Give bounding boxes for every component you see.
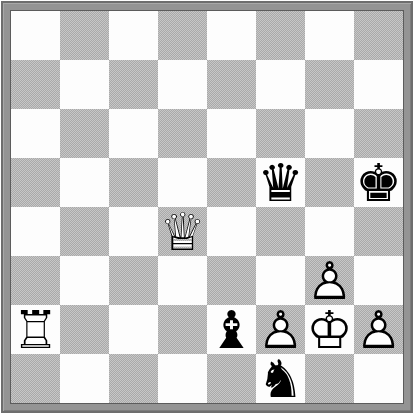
square-e4[interactable] — [207, 207, 256, 256]
square-d6[interactable] — [158, 109, 207, 158]
square-g3[interactable]: ♟♙ — [305, 256, 354, 305]
piece-glyph-line: ♙ — [354, 305, 403, 354]
square-h6[interactable] — [354, 109, 403, 158]
square-c2[interactable] — [109, 305, 158, 354]
square-d2[interactable] — [158, 305, 207, 354]
board-frame: ♛♚♛♕♟♙♜♖♝♟♙♚♔♟♙♞ — [1, 1, 413, 413]
piece-glyph-line: ♕ — [158, 207, 207, 256]
white-pawn: ♟♙ — [305, 256, 354, 305]
square-e1[interactable] — [207, 354, 256, 403]
square-b6[interactable] — [60, 109, 109, 158]
white-rook: ♜♖ — [11, 305, 60, 354]
chess-diagram: ♛♚♛♕♟♙♜♖♝♟♙♚♔♟♙♞ — [0, 0, 414, 415]
white-pawn: ♟♙ — [354, 305, 403, 354]
square-f7[interactable] — [256, 60, 305, 109]
square-c1[interactable] — [109, 354, 158, 403]
black-queen: ♛ — [256, 158, 305, 207]
square-h2[interactable]: ♟♙ — [354, 305, 403, 354]
square-f1[interactable]: ♞ — [256, 354, 305, 403]
square-d7[interactable] — [158, 60, 207, 109]
square-d5[interactable] — [158, 158, 207, 207]
square-f3[interactable] — [256, 256, 305, 305]
square-h5[interactable]: ♚ — [354, 158, 403, 207]
square-a3[interactable] — [11, 256, 60, 305]
chess-board: ♛♚♛♕♟♙♜♖♝♟♙♚♔♟♙♞ — [10, 10, 404, 404]
square-d4[interactable]: ♛♕ — [158, 207, 207, 256]
square-f5[interactable]: ♛ — [256, 158, 305, 207]
square-g5[interactable] — [305, 158, 354, 207]
white-king: ♚♔ — [305, 305, 354, 354]
black-bishop: ♝ — [207, 305, 256, 354]
square-b2[interactable] — [60, 305, 109, 354]
square-b8[interactable] — [60, 11, 109, 60]
square-b1[interactable] — [60, 354, 109, 403]
square-a6[interactable] — [11, 109, 60, 158]
square-h8[interactable] — [354, 11, 403, 60]
square-f4[interactable] — [256, 207, 305, 256]
white-pawn: ♟♙ — [256, 305, 305, 354]
square-g8[interactable] — [305, 11, 354, 60]
square-b3[interactable] — [60, 256, 109, 305]
white-queen: ♛♕ — [158, 207, 207, 256]
square-g1[interactable] — [305, 354, 354, 403]
square-f8[interactable] — [256, 11, 305, 60]
square-e2[interactable]: ♝ — [207, 305, 256, 354]
square-c6[interactable] — [109, 109, 158, 158]
square-e8[interactable] — [207, 11, 256, 60]
square-a2[interactable]: ♜♖ — [11, 305, 60, 354]
square-c7[interactable] — [109, 60, 158, 109]
square-b4[interactable] — [60, 207, 109, 256]
square-b7[interactable] — [60, 60, 109, 109]
square-c4[interactable] — [109, 207, 158, 256]
square-c3[interactable] — [109, 256, 158, 305]
square-e5[interactable] — [207, 158, 256, 207]
square-f2[interactable]: ♟♙ — [256, 305, 305, 354]
square-a5[interactable] — [11, 158, 60, 207]
square-c8[interactable] — [109, 11, 158, 60]
square-h3[interactable] — [354, 256, 403, 305]
square-h4[interactable] — [354, 207, 403, 256]
square-a7[interactable] — [11, 60, 60, 109]
square-a1[interactable] — [11, 354, 60, 403]
square-d1[interactable] — [158, 354, 207, 403]
square-a4[interactable] — [11, 207, 60, 256]
square-a8[interactable] — [11, 11, 60, 60]
square-d8[interactable] — [158, 11, 207, 60]
square-h1[interactable] — [354, 354, 403, 403]
black-king: ♚ — [354, 158, 403, 207]
piece-glyph-line: ♙ — [256, 305, 305, 354]
square-g2[interactable]: ♚♔ — [305, 305, 354, 354]
square-f6[interactable] — [256, 109, 305, 158]
piece-glyph-line: ♔ — [305, 305, 354, 354]
square-e3[interactable] — [207, 256, 256, 305]
square-g4[interactable] — [305, 207, 354, 256]
square-e6[interactable] — [207, 109, 256, 158]
square-g7[interactable] — [305, 60, 354, 109]
piece-glyph-line: ♖ — [11, 305, 60, 354]
square-d3[interactable] — [158, 256, 207, 305]
square-g6[interactable] — [305, 109, 354, 158]
piece-glyph-line: ♙ — [305, 256, 354, 305]
black-knight: ♞ — [256, 354, 305, 403]
square-h7[interactable] — [354, 60, 403, 109]
square-c5[interactable] — [109, 158, 158, 207]
square-b5[interactable] — [60, 158, 109, 207]
square-e7[interactable] — [207, 60, 256, 109]
